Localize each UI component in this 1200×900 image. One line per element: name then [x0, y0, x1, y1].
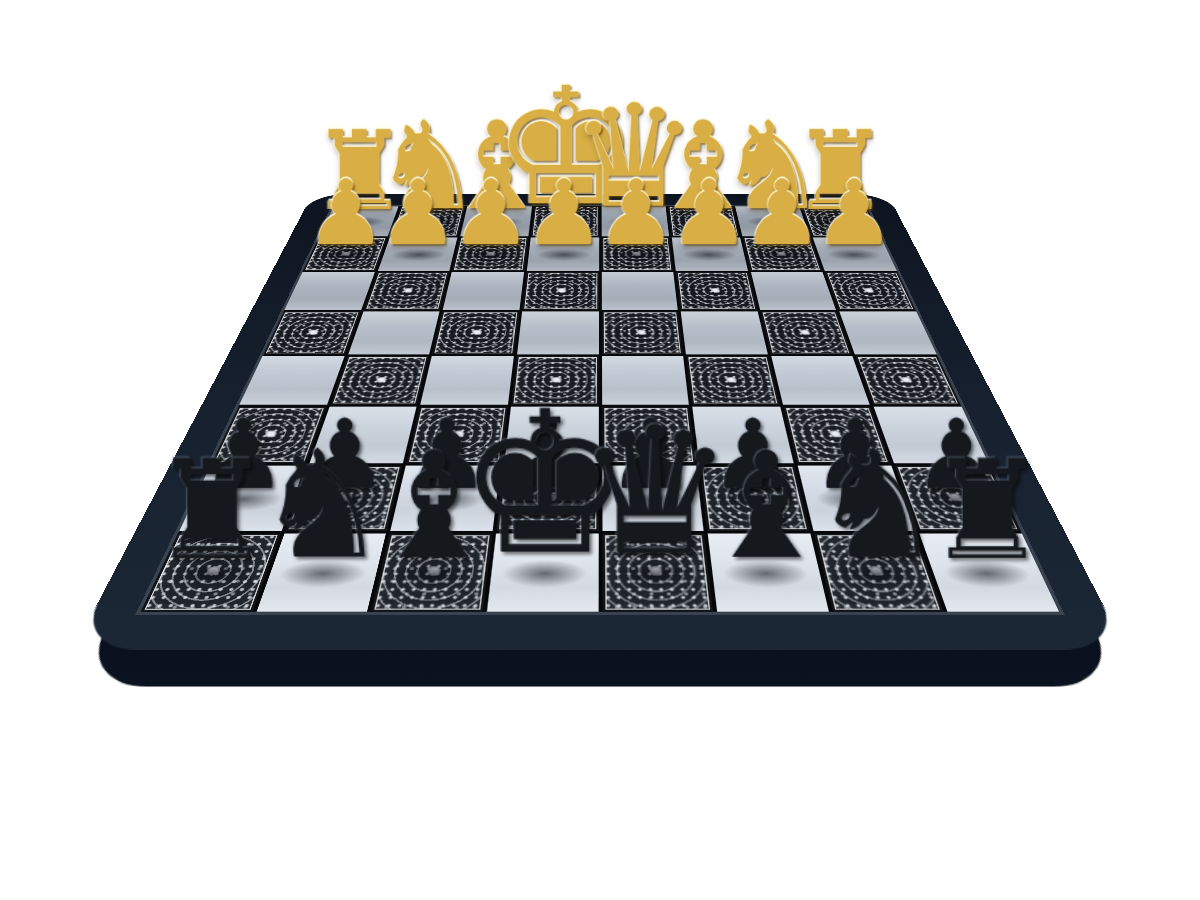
- white-pawn-f2[interactable]: ♟: [451, 172, 532, 255]
- square-h3[interactable]: [284, 272, 374, 310]
- square-d8[interactable]: ♛: [602, 534, 713, 612]
- square-g3[interactable]: [364, 272, 450, 310]
- square-a4[interactable]: [840, 311, 937, 354]
- white-pawn-g2[interactable]: ♟: [378, 172, 459, 255]
- photo-background: ♜♞♝♚♛♝♞♜♟♟♟♟♟♟♟♟♟♟♟♟♟♟♟♟♜♞♝♚♛♝♞♜: [0, 0, 1200, 900]
- white-pawn-b2[interactable]: ♟: [741, 172, 822, 255]
- square-f2[interactable]: ♟: [452, 237, 528, 271]
- square-f4[interactable]: [432, 311, 519, 354]
- black-knight-g8[interactable]: ♞: [256, 437, 390, 574]
- black-knight-b8[interactable]: ♞: [810, 437, 944, 574]
- square-c2[interactable]: ♟: [672, 237, 748, 271]
- square-f8[interactable]: ♝: [371, 534, 492, 612]
- square-h4[interactable]: [263, 311, 360, 354]
- white-pawn-c2[interactable]: ♟: [669, 172, 750, 255]
- white-pawn-h2[interactable]: ♟: [305, 172, 386, 255]
- square-b3[interactable]: [751, 272, 837, 310]
- square-h2[interactable]: ♟: [303, 237, 387, 271]
- square-e3[interactable]: [522, 272, 599, 310]
- square-d3[interactable]: [601, 272, 678, 310]
- square-b2[interactable]: ♟: [742, 237, 822, 271]
- white-pawn-d2[interactable]: ♟: [596, 172, 677, 255]
- square-g4[interactable]: [348, 311, 440, 354]
- square-d4[interactable]: [601, 311, 683, 354]
- square-b8[interactable]: ♞: [814, 534, 944, 612]
- square-b4[interactable]: [760, 311, 852, 354]
- square-g5[interactable]: [330, 356, 429, 405]
- white-pawn-e2[interactable]: ♟: [523, 172, 604, 255]
- chessboard-scene: ♜♞♝♚♛♝♞♜♟♟♟♟♟♟♟♟♟♟♟♟♟♟♟♟♜♞♝♚♛♝♞♜: [228, 0, 972, 727]
- square-g2[interactable]: ♟: [378, 237, 458, 271]
- white-pawn-a2[interactable]: ♟: [814, 172, 895, 255]
- square-c4[interactable]: [681, 311, 768, 354]
- square-g8[interactable]: ♞: [256, 534, 386, 612]
- square-d2[interactable]: ♟: [601, 237, 673, 271]
- black-rook-a8[interactable]: ♜: [926, 448, 1049, 575]
- square-b5[interactable]: [771, 356, 870, 405]
- square-a2[interactable]: ♟: [813, 237, 897, 271]
- board-grid: ♜♞♝♚♛♝♞♜♟♟♟♟♟♟♟♟♟♟♟♟♟♟♟♟♜♞♝♚♛♝♞♜: [135, 205, 1065, 615]
- square-a3[interactable]: [826, 272, 916, 310]
- chessboard-frame: ♜♞♝♚♛♝♞♜♟♟♟♟♟♟♟♟♟♟♟♟♟♟♟♟♜♞♝♚♛♝♞♜: [73, 194, 1126, 649]
- square-e4[interactable]: [517, 311, 599, 354]
- black-queen-d8[interactable]: ♛: [576, 412, 735, 575]
- square-a5[interactable]: [856, 356, 961, 405]
- square-e2[interactable]: ♟: [527, 237, 599, 271]
- square-f3[interactable]: [443, 272, 524, 310]
- square-c3[interactable]: [676, 272, 757, 310]
- square-h5[interactable]: [239, 356, 344, 405]
